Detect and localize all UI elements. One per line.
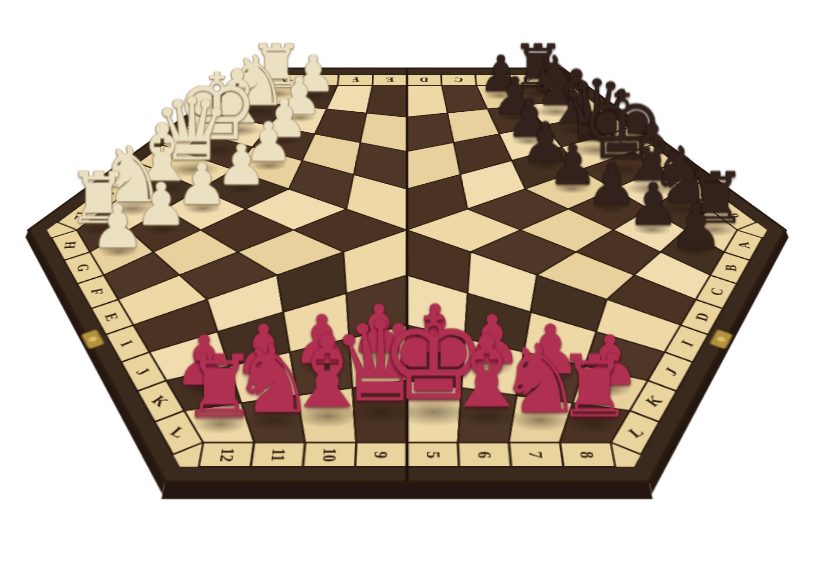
rim-label-top-3: E xyxy=(385,76,394,83)
rim-label-bottom-1: 11 xyxy=(267,448,290,461)
rim-label-bottom-0: 12 xyxy=(215,448,238,462)
rook-glyph: ♜ xyxy=(134,345,305,431)
rim-label-bottom-6: 7 xyxy=(525,451,547,458)
rook-glyph: ♜ xyxy=(509,345,680,431)
three-player-chess-board: HGFEDCBA43215678ABCDIJKL12111095678HGFEI… xyxy=(0,61,814,499)
rim-label-bottom-4: 5 xyxy=(422,451,443,458)
rim-label-bottom-7: 8 xyxy=(576,451,598,458)
board-side-thickness xyxy=(161,482,652,499)
pawn-glyph: ♟ xyxy=(46,196,190,256)
rim-label-bottom-3: 9 xyxy=(370,451,391,458)
rim-label-top-4: D xyxy=(419,76,429,83)
rim-label-bottom-5: 6 xyxy=(473,451,495,458)
pawn-glyph: ♟ xyxy=(624,196,768,256)
product-photo-scene: HGFEDCBA43215678ABCDIJKL12111095678HGFEI… xyxy=(0,0,814,576)
rim-label-bottom-2: 10 xyxy=(318,448,340,462)
